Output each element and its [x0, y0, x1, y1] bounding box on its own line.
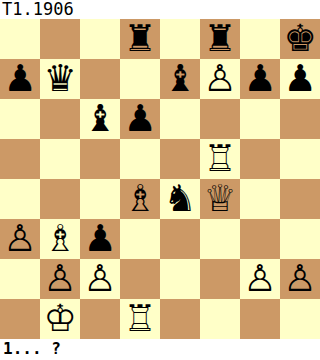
piece-white-bishop: ♗ — [123, 179, 156, 219]
puzzle-title: T1.1906 — [0, 0, 320, 19]
square-c3[interactable]: ♟ — [80, 219, 120, 259]
piece-white-rook: ♖ — [123, 299, 156, 339]
square-b4[interactable] — [40, 179, 80, 219]
square-g4[interactable] — [240, 179, 280, 219]
piece-black-pawn: ♟ — [3, 59, 36, 99]
square-h8[interactable]: ♚ — [280, 19, 320, 59]
square-a8[interactable] — [0, 19, 40, 59]
square-g5[interactable] — [240, 139, 280, 179]
square-c1[interactable] — [80, 299, 120, 339]
square-e1[interactable] — [160, 299, 200, 339]
piece-white-queen: ♕ — [203, 179, 236, 219]
square-c8[interactable] — [80, 19, 120, 59]
square-h5[interactable] — [280, 139, 320, 179]
square-c4[interactable] — [80, 179, 120, 219]
square-d5[interactable] — [120, 139, 160, 179]
square-c7[interactable] — [80, 59, 120, 99]
square-d8[interactable]: ♜ — [120, 19, 160, 59]
square-h3[interactable] — [280, 219, 320, 259]
square-b2[interactable]: ♙ — [40, 259, 80, 299]
square-e7[interactable]: ♝ — [160, 59, 200, 99]
square-b6[interactable] — [40, 99, 80, 139]
square-f1[interactable] — [200, 299, 240, 339]
piece-black-king: ♚ — [283, 19, 316, 59]
square-d4[interactable]: ♗ — [120, 179, 160, 219]
square-g8[interactable] — [240, 19, 280, 59]
square-f5[interactable]: ♖ — [200, 139, 240, 179]
square-a1[interactable] — [0, 299, 40, 339]
square-e6[interactable] — [160, 99, 200, 139]
piece-white-pawn: ♙ — [3, 219, 36, 259]
square-e8[interactable] — [160, 19, 200, 59]
square-f4[interactable]: ♕ — [200, 179, 240, 219]
square-c6[interactable]: ♝ — [80, 99, 120, 139]
square-f3[interactable] — [200, 219, 240, 259]
chess-board: ♜♜♚♟♛♝♙♟♟♝♟♖♗♞♕♙♗♟♙♙♙♙♔♖ — [0, 19, 320, 339]
chess-puzzle-page: T1.1906 ♜♜♚♟♛♝♙♟♟♝♟♖♗♞♕♙♗♟♙♙♙♙♔♖ 1... ? — [0, 0, 320, 360]
square-f6[interactable] — [200, 99, 240, 139]
square-h1[interactable] — [280, 299, 320, 339]
piece-black-bishop: ♝ — [83, 99, 116, 139]
square-c5[interactable] — [80, 139, 120, 179]
piece-white-pawn: ♙ — [243, 259, 276, 299]
piece-white-pawn: ♙ — [283, 259, 316, 299]
square-a7[interactable]: ♟ — [0, 59, 40, 99]
square-b5[interactable] — [40, 139, 80, 179]
square-b7[interactable]: ♛ — [40, 59, 80, 99]
piece-white-pawn: ♙ — [83, 259, 116, 299]
square-g3[interactable] — [240, 219, 280, 259]
piece-black-knight: ♞ — [163, 179, 196, 219]
square-e4[interactable]: ♞ — [160, 179, 200, 219]
square-b1[interactable]: ♔ — [40, 299, 80, 339]
square-d1[interactable]: ♖ — [120, 299, 160, 339]
piece-white-king: ♔ — [43, 299, 76, 339]
square-e3[interactable] — [160, 219, 200, 259]
square-h4[interactable] — [280, 179, 320, 219]
square-a2[interactable] — [0, 259, 40, 299]
square-g6[interactable] — [240, 99, 280, 139]
square-a6[interactable] — [0, 99, 40, 139]
piece-white-bishop: ♗ — [43, 219, 76, 259]
square-f7[interactable]: ♙ — [200, 59, 240, 99]
piece-black-rook: ♜ — [123, 19, 156, 59]
square-h2[interactable]: ♙ — [280, 259, 320, 299]
square-g1[interactable] — [240, 299, 280, 339]
square-e2[interactable] — [160, 259, 200, 299]
square-d6[interactable]: ♟ — [120, 99, 160, 139]
piece-white-pawn: ♙ — [203, 59, 236, 99]
square-e5[interactable] — [160, 139, 200, 179]
square-a4[interactable] — [0, 179, 40, 219]
square-a5[interactable] — [0, 139, 40, 179]
piece-black-pawn: ♟ — [243, 59, 276, 99]
piece-white-rook: ♖ — [203, 139, 236, 179]
square-g2[interactable]: ♙ — [240, 259, 280, 299]
square-c2[interactable]: ♙ — [80, 259, 120, 299]
square-d2[interactable] — [120, 259, 160, 299]
square-g7[interactable]: ♟ — [240, 59, 280, 99]
square-b3[interactable]: ♗ — [40, 219, 80, 259]
square-d3[interactable] — [120, 219, 160, 259]
piece-black-rook: ♜ — [203, 19, 236, 59]
piece-black-pawn: ♟ — [283, 59, 316, 99]
square-a3[interactable]: ♙ — [0, 219, 40, 259]
square-b8[interactable] — [40, 19, 80, 59]
square-f8[interactable]: ♜ — [200, 19, 240, 59]
square-h7[interactable]: ♟ — [280, 59, 320, 99]
square-f2[interactable] — [200, 259, 240, 299]
piece-white-pawn: ♙ — [43, 259, 76, 299]
piece-black-pawn: ♟ — [83, 219, 116, 259]
piece-black-pawn: ♟ — [123, 99, 156, 139]
piece-black-queen: ♛ — [43, 59, 76, 99]
square-h6[interactable] — [280, 99, 320, 139]
piece-black-bishop: ♝ — [163, 59, 196, 99]
square-d7[interactable] — [120, 59, 160, 99]
move-prompt: 1... ? — [0, 339, 320, 360]
